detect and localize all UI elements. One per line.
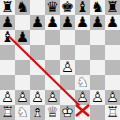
piece-outline: ♙	[0, 90, 15, 105]
square-h5[interactable]	[105, 45, 120, 60]
chess-board: ♜♞♛♚♝♞♜♟♟♟♟♟♟♟♝♟♟♙♞♘♟♙♟♙♟♙♟♙♟♙♟♙♟♙♜♖♞♘♝♗…	[0, 0, 120, 120]
piece-black-pawn: ♟	[105, 15, 120, 30]
piece-fill: ♟	[45, 90, 60, 105]
square-c1[interactable]: ♝♗	[30, 105, 45, 120]
square-h8[interactable]: ♜	[105, 0, 120, 15]
piece-fill: ♝	[30, 105, 45, 120]
square-e4[interactable]: ♟♙	[60, 60, 75, 75]
piece-black-pawn: ♟	[0, 15, 15, 30]
square-f4[interactable]	[75, 60, 90, 75]
square-a4[interactable]	[0, 60, 15, 75]
square-g7[interactable]: ♟	[90, 15, 105, 30]
square-g8[interactable]: ♞	[90, 0, 105, 15]
piece-black-pawn: ♟	[75, 15, 90, 30]
square-b8[interactable]: ♞	[15, 0, 30, 15]
piece-outline: ♖	[0, 105, 15, 120]
square-c2[interactable]: ♟♙	[30, 90, 45, 105]
piece-fill: ♚	[60, 105, 75, 120]
square-a6[interactable]: ♝	[0, 30, 15, 45]
square-a3[interactable]	[0, 75, 15, 90]
piece-fill: ♟	[90, 90, 105, 105]
piece-white-rook: ♜♖	[105, 105, 120, 120]
square-a1[interactable]: ♜♖	[0, 105, 15, 120]
square-c7[interactable]: ♟	[30, 15, 45, 30]
piece-black-pawn: ♟	[90, 15, 105, 30]
square-d5[interactable]	[45, 45, 60, 60]
square-b7[interactable]	[15, 15, 30, 30]
piece-white-knight: ♞♘	[75, 75, 90, 90]
piece-black-queen: ♛	[45, 0, 60, 15]
square-f7[interactable]: ♟	[75, 15, 90, 30]
piece-fill: ♞	[75, 75, 90, 90]
square-h2[interactable]: ♟♙	[105, 90, 120, 105]
piece-outline: ♙	[60, 60, 75, 75]
square-g1[interactable]	[90, 105, 105, 120]
piece-black-bishop: ♝	[75, 0, 90, 15]
piece-fill: ♟	[15, 90, 30, 105]
square-d1[interactable]: ♛♕	[45, 105, 60, 120]
square-b6[interactable]: ♟	[15, 30, 30, 45]
piece-outline: ♙	[15, 90, 30, 105]
square-f1[interactable]	[75, 105, 90, 120]
square-b2[interactable]: ♟♙	[15, 90, 30, 105]
piece-black-pawn: ♟	[45, 15, 60, 30]
square-e7[interactable]: ♟	[60, 15, 75, 30]
piece-fill: ♞	[15, 105, 30, 120]
piece-outline: ♙	[75, 90, 90, 105]
piece-white-pawn: ♟♙	[90, 90, 105, 105]
piece-outline: ♙	[90, 90, 105, 105]
square-f8[interactable]: ♝	[75, 0, 90, 15]
square-c5[interactable]	[30, 45, 45, 60]
square-h6[interactable]	[105, 30, 120, 45]
piece-white-pawn: ♟♙	[15, 90, 30, 105]
square-d4[interactable]	[45, 60, 60, 75]
square-e8[interactable]: ♚	[60, 0, 75, 15]
square-f3[interactable]: ♞♘	[75, 75, 90, 90]
square-b1[interactable]: ♞♘	[15, 105, 30, 120]
piece-outline: ♙	[30, 90, 45, 105]
piece-outline: ♖	[105, 105, 120, 120]
piece-outline: ♔	[60, 105, 75, 120]
square-f6[interactable]	[75, 30, 90, 45]
square-d2[interactable]: ♟♙	[45, 90, 60, 105]
square-b3[interactable]	[15, 75, 30, 90]
square-f5[interactable]	[75, 45, 90, 60]
piece-fill: ♟	[60, 60, 75, 75]
square-e5[interactable]	[60, 45, 75, 60]
piece-black-rook: ♜	[105, 0, 120, 15]
piece-white-rook: ♜♖	[0, 105, 15, 120]
square-h4[interactable]	[105, 60, 120, 75]
square-e6[interactable]	[60, 30, 75, 45]
square-g2[interactable]: ♟♙	[90, 90, 105, 105]
piece-fill: ♟	[75, 90, 90, 105]
square-d8[interactable]: ♛	[45, 0, 60, 15]
piece-black-knight: ♞	[90, 0, 105, 15]
square-h1[interactable]: ♜♖	[105, 105, 120, 120]
square-b4[interactable]	[15, 60, 30, 75]
chess-board-container: ♜♞♛♚♝♞♜♟♟♟♟♟♟♟♝♟♟♙♞♘♟♙♟♙♟♙♟♙♟♙♟♙♟♙♜♖♞♘♝♗…	[0, 0, 120, 120]
piece-white-pawn: ♟♙	[0, 90, 15, 105]
square-g3[interactable]	[90, 75, 105, 90]
piece-black-pawn: ♟	[60, 15, 75, 30]
piece-black-knight: ♞	[15, 0, 30, 15]
square-h3[interactable]	[105, 75, 120, 90]
square-d7[interactable]: ♟	[45, 15, 60, 30]
piece-black-pawn: ♟	[30, 15, 45, 30]
piece-black-king: ♚	[60, 0, 75, 15]
piece-outline: ♕	[45, 105, 60, 120]
square-d6[interactable]	[45, 30, 60, 45]
piece-fill: ♟	[30, 90, 45, 105]
square-b5[interactable]	[15, 45, 30, 60]
square-e3[interactable]	[60, 75, 75, 90]
square-a8[interactable]: ♜	[0, 0, 15, 15]
piece-outline: ♙	[45, 90, 60, 105]
piece-white-pawn: ♟♙	[105, 90, 120, 105]
square-e2[interactable]	[60, 90, 75, 105]
piece-white-knight: ♞♘	[15, 105, 30, 120]
square-a5[interactable]	[0, 45, 15, 60]
square-c3[interactable]	[30, 75, 45, 90]
square-f2[interactable]: ♟♙	[75, 90, 90, 105]
square-g4[interactable]	[90, 60, 105, 75]
square-a2[interactable]: ♟♙	[0, 90, 15, 105]
piece-white-bishop: ♝♗	[30, 105, 45, 120]
piece-black-rook: ♜	[0, 0, 15, 15]
piece-fill: ♜	[0, 105, 15, 120]
piece-white-king: ♚♔	[60, 105, 75, 120]
piece-black-bishop: ♝	[0, 30, 15, 45]
piece-outline: ♗	[30, 105, 45, 120]
square-a7[interactable]: ♟	[0, 15, 15, 30]
piece-black-pawn: ♟	[15, 30, 30, 45]
piece-white-queen: ♛♕	[45, 105, 60, 120]
square-g6[interactable]	[90, 30, 105, 45]
piece-outline: ♘	[15, 105, 30, 120]
piece-outline: ♙	[105, 90, 120, 105]
piece-outline: ♘	[75, 75, 90, 90]
square-c6[interactable]	[30, 30, 45, 45]
square-e1[interactable]: ♚♔	[60, 105, 75, 120]
piece-white-pawn: ♟♙	[30, 90, 45, 105]
piece-fill: ♛	[45, 105, 60, 120]
square-h7[interactable]: ♟	[105, 15, 120, 30]
piece-white-pawn: ♟♙	[75, 90, 90, 105]
square-c8[interactable]	[30, 0, 45, 15]
piece-white-pawn: ♟♙	[60, 60, 75, 75]
square-g5[interactable]	[90, 45, 105, 60]
piece-fill: ♟	[105, 90, 120, 105]
piece-white-pawn: ♟♙	[45, 90, 60, 105]
square-d3[interactable]	[45, 75, 60, 90]
square-c4[interactable]	[30, 60, 45, 75]
piece-fill: ♜	[105, 105, 120, 120]
piece-fill: ♟	[0, 90, 15, 105]
